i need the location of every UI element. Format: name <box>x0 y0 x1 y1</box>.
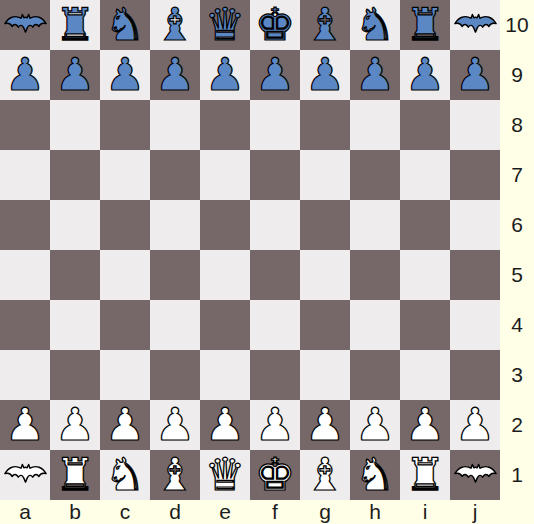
square-j10[interactable] <box>450 0 500 50</box>
square-b5[interactable] <box>50 250 100 300</box>
piece-black-pawn-j9[interactable]: ♟ <box>455 52 495 97</box>
square-a2[interactable]: ♟ <box>0 400 50 450</box>
square-c6[interactable] <box>100 200 150 250</box>
file-label-h: h <box>350 500 400 524</box>
piece-white-bishop-g1[interactable]: ♝ <box>305 452 345 497</box>
rank-label-5: 5 <box>500 250 534 300</box>
square-i4[interactable] <box>400 300 450 350</box>
square-i2[interactable]: ♟ <box>400 400 450 450</box>
square-a9[interactable]: ♟ <box>0 50 50 100</box>
piece-black-queen-e10[interactable]: ♛ <box>205 2 245 47</box>
piece-white-bat-a1[interactable] <box>4 463 47 486</box>
square-c7[interactable] <box>100 150 150 200</box>
piece-white-rook-b1[interactable]: ♜ <box>55 452 95 497</box>
square-j2[interactable]: ♟ <box>450 400 500 450</box>
square-h8[interactable] <box>350 100 400 150</box>
rank-labels: 10987654321 <box>500 0 534 500</box>
square-g3[interactable] <box>300 350 350 400</box>
square-g6[interactable] <box>300 200 350 250</box>
square-h9[interactable]: ♟ <box>350 50 400 100</box>
square-e2[interactable]: ♟ <box>200 400 250 450</box>
piece-white-king-f1[interactable]: ♚ <box>255 452 295 497</box>
square-a3[interactable] <box>0 350 50 400</box>
square-g7[interactable] <box>300 150 350 200</box>
square-b2[interactable]: ♟ <box>50 400 100 450</box>
square-f7[interactable] <box>250 150 300 200</box>
square-d10[interactable]: ♝ <box>150 0 200 50</box>
piece-white-queen-e1[interactable]: ♛ <box>205 452 245 497</box>
rank-label-3: 3 <box>500 350 534 400</box>
file-labels: abcdefghij <box>0 500 500 524</box>
square-h2[interactable]: ♟ <box>350 400 400 450</box>
square-c2[interactable]: ♟ <box>100 400 150 450</box>
square-d1[interactable]: ♝ <box>150 450 200 500</box>
square-g8[interactable] <box>300 100 350 150</box>
square-j4[interactable] <box>450 300 500 350</box>
square-i7[interactable] <box>400 150 450 200</box>
square-h1[interactable]: ♞ <box>350 450 400 500</box>
piece-black-king-f10[interactable]: ♚ <box>255 2 295 47</box>
piece-white-pawn-h2[interactable]: ♟ <box>355 402 395 447</box>
piece-black-pawn-f9[interactable]: ♟ <box>255 52 295 97</box>
square-b10[interactable]: ♜ <box>50 0 100 50</box>
piece-black-bishop-d10[interactable]: ♝ <box>155 2 195 47</box>
square-c4[interactable] <box>100 300 150 350</box>
piece-black-pawn-i9[interactable]: ♟ <box>405 52 445 97</box>
square-i10[interactable]: ♜ <box>400 0 450 50</box>
square-a8[interactable] <box>0 100 50 150</box>
piece-black-knight-h10[interactable]: ♞ <box>355 2 395 47</box>
square-i8[interactable] <box>400 100 450 150</box>
square-c1[interactable]: ♞ <box>100 450 150 500</box>
square-d6[interactable] <box>150 200 200 250</box>
square-f2[interactable]: ♟ <box>250 400 300 450</box>
square-b8[interactable] <box>50 100 100 150</box>
square-c9[interactable]: ♟ <box>100 50 150 100</box>
square-a5[interactable] <box>0 250 50 300</box>
rank-label-2: 2 <box>500 400 534 450</box>
square-e10[interactable]: ♛ <box>200 0 250 50</box>
piece-white-pawn-a2[interactable]: ♟ <box>5 402 45 447</box>
square-e6[interactable] <box>200 200 250 250</box>
piece-white-pawn-d2[interactable]: ♟ <box>155 402 195 447</box>
rank-label-9: 9 <box>500 50 534 100</box>
square-g5[interactable] <box>300 250 350 300</box>
square-j8[interactable] <box>450 100 500 150</box>
square-a1[interactable] <box>0 450 50 500</box>
piece-black-pawn-g9[interactable]: ♟ <box>305 52 345 97</box>
square-g4[interactable] <box>300 300 350 350</box>
piece-white-rook-i1[interactable]: ♜ <box>405 452 445 497</box>
piece-black-rook-b10[interactable]: ♜ <box>55 2 95 47</box>
square-e5[interactable] <box>200 250 250 300</box>
file-label-e: e <box>200 500 250 524</box>
piece-white-pawn-c2[interactable]: ♟ <box>105 402 145 447</box>
piece-white-bat-j1[interactable] <box>454 463 497 486</box>
square-f9[interactable]: ♟ <box>250 50 300 100</box>
square-e3[interactable] <box>200 350 250 400</box>
square-e1[interactable]: ♛ <box>200 450 250 500</box>
file-label-j: j <box>450 500 500 524</box>
rank-label-10: 10 <box>500 0 534 50</box>
piece-black-knight-c10[interactable]: ♞ <box>105 2 145 47</box>
file-label-b: b <box>50 500 100 524</box>
square-a6[interactable] <box>0 200 50 250</box>
square-h10[interactable]: ♞ <box>350 0 400 50</box>
square-d3[interactable] <box>150 350 200 400</box>
square-i1[interactable]: ♜ <box>400 450 450 500</box>
piece-black-bat-a10[interactable] <box>4 13 47 36</box>
piece-white-knight-h1[interactable]: ♞ <box>355 452 395 497</box>
square-i5[interactable] <box>400 250 450 300</box>
square-d7[interactable] <box>150 150 200 200</box>
rank-label-1: 1 <box>500 450 534 500</box>
piece-black-pawn-e9[interactable]: ♟ <box>205 52 245 97</box>
piece-white-pawn-b2[interactable]: ♟ <box>55 402 95 447</box>
square-f10[interactable]: ♚ <box>250 0 300 50</box>
square-i6[interactable] <box>400 200 450 250</box>
square-b1[interactable]: ♜ <box>50 450 100 500</box>
square-a7[interactable] <box>0 150 50 200</box>
square-i9[interactable]: ♟ <box>400 50 450 100</box>
square-j6[interactable] <box>450 200 500 250</box>
square-g2[interactable]: ♟ <box>300 400 350 450</box>
square-h6[interactable] <box>350 200 400 250</box>
piece-black-pawn-c9[interactable]: ♟ <box>105 52 145 97</box>
square-c8[interactable] <box>100 100 150 150</box>
square-h4[interactable] <box>350 300 400 350</box>
square-b7[interactable] <box>50 150 100 200</box>
square-d2[interactable]: ♟ <box>150 400 200 450</box>
piece-white-knight-c1[interactable]: ♞ <box>105 452 145 497</box>
piece-black-pawn-h9[interactable]: ♟ <box>355 52 395 97</box>
square-a10[interactable] <box>0 0 50 50</box>
square-f6[interactable] <box>250 200 300 250</box>
square-j7[interactable] <box>450 150 500 200</box>
square-e7[interactable] <box>200 150 250 200</box>
file-label-c: c <box>100 500 150 524</box>
square-a4[interactable] <box>0 300 50 350</box>
square-j9[interactable]: ♟ <box>450 50 500 100</box>
square-f4[interactable] <box>250 300 300 350</box>
piece-black-rook-i10[interactable]: ♜ <box>405 2 445 47</box>
file-label-d: d <box>150 500 200 524</box>
piece-black-bishop-g10[interactable]: ♝ <box>305 2 345 47</box>
file-label-i: i <box>400 500 450 524</box>
piece-white-pawn-f2[interactable]: ♟ <box>255 402 295 447</box>
square-e8[interactable] <box>200 100 250 150</box>
square-b6[interactable] <box>50 200 100 250</box>
rank-label-4: 4 <box>500 300 534 350</box>
piece-white-bishop-d1[interactable]: ♝ <box>155 452 195 497</box>
piece-white-pawn-i2[interactable]: ♟ <box>405 402 445 447</box>
square-j1[interactable] <box>450 450 500 500</box>
piece-black-pawn-a9[interactable]: ♟ <box>5 52 45 97</box>
file-label-g: g <box>300 500 350 524</box>
file-label-f: f <box>250 500 300 524</box>
square-j3[interactable] <box>450 350 500 400</box>
chess-variant-window: ♜♞♝♛♚♝♞♜♟♟♟♟♟♟♟♟♟♟♟♟♟♟♟♟♟♟♟♟♜♞♝♛♚♝♞♜ 109… <box>0 0 534 524</box>
piece-white-pawn-g2[interactable]: ♟ <box>305 402 345 447</box>
square-d9[interactable]: ♟ <box>150 50 200 100</box>
piece-black-pawn-b9[interactable]: ♟ <box>55 52 95 97</box>
square-f8[interactable] <box>250 100 300 150</box>
square-h3[interactable] <box>350 350 400 400</box>
square-d8[interactable] <box>150 100 200 150</box>
square-b4[interactable] <box>50 300 100 350</box>
square-b3[interactable] <box>50 350 100 400</box>
square-f1[interactable]: ♚ <box>250 450 300 500</box>
board: ♜♞♝♛♚♝♞♜♟♟♟♟♟♟♟♟♟♟♟♟♟♟♟♟♟♟♟♟♜♞♝♛♚♝♞♜ <box>0 0 500 500</box>
square-h7[interactable] <box>350 150 400 200</box>
piece-white-pawn-j2[interactable]: ♟ <box>455 402 495 447</box>
square-c10[interactable]: ♞ <box>100 0 150 50</box>
square-e9[interactable]: ♟ <box>200 50 250 100</box>
rank-label-7: 7 <box>500 150 534 200</box>
file-label-a: a <box>0 500 50 524</box>
square-i3[interactable] <box>400 350 450 400</box>
piece-black-pawn-d9[interactable]: ♟ <box>155 52 195 97</box>
square-c3[interactable] <box>100 350 150 400</box>
square-f5[interactable] <box>250 250 300 300</box>
square-g10[interactable]: ♝ <box>300 0 350 50</box>
square-d5[interactable] <box>150 250 200 300</box>
square-e4[interactable] <box>200 300 250 350</box>
square-c5[interactable] <box>100 250 150 300</box>
rank-label-6: 6 <box>500 200 534 250</box>
square-b9[interactable]: ♟ <box>50 50 100 100</box>
square-h5[interactable] <box>350 250 400 300</box>
square-g9[interactable]: ♟ <box>300 50 350 100</box>
square-g1[interactable]: ♝ <box>300 450 350 500</box>
piece-white-pawn-e2[interactable]: ♟ <box>205 402 245 447</box>
rank-label-8: 8 <box>500 100 534 150</box>
square-d4[interactable] <box>150 300 200 350</box>
square-f3[interactable] <box>250 350 300 400</box>
piece-black-bat-j10[interactable] <box>454 13 497 36</box>
square-j5[interactable] <box>450 250 500 300</box>
